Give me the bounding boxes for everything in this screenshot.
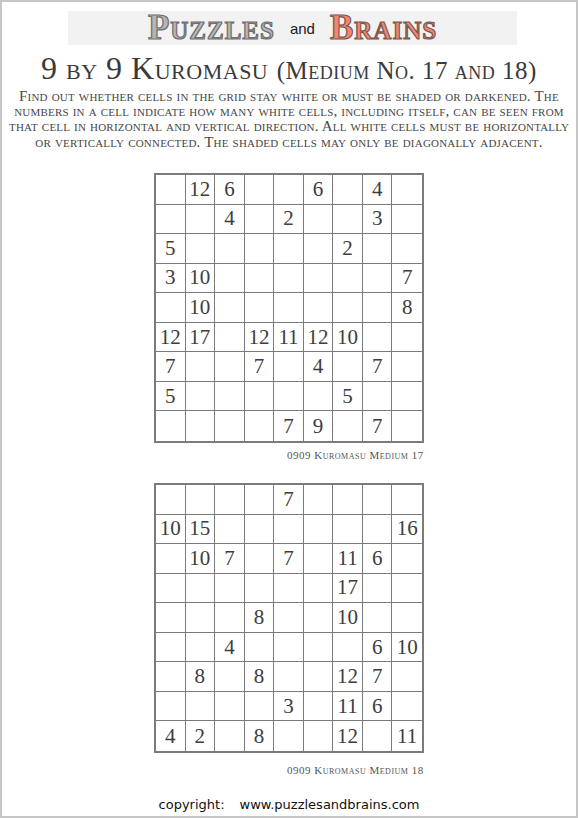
cell-r2c8-clue: 3 xyxy=(363,205,393,235)
page-title: 9 by 9 Kuromasu (Medium No. 17 and 18) xyxy=(2,50,576,87)
cell-r9c6-empty xyxy=(304,721,334,751)
cell-r3c3-empty xyxy=(215,234,245,264)
cell-r8c9-empty xyxy=(392,692,422,722)
cell-r2c4-empty xyxy=(245,515,275,545)
cell-r7c5-empty xyxy=(274,662,304,692)
cell-r5c3-empty xyxy=(215,603,245,633)
instructions-line-3: that cell in horizontal and vertical dir… xyxy=(9,119,569,134)
cell-r3c3-clue: 7 xyxy=(215,544,245,574)
cell-r9c3-empty xyxy=(215,721,245,751)
cell-r1c6-clue: 6 xyxy=(304,175,334,205)
cell-r9c1-empty xyxy=(156,411,186,441)
cell-r5c3-empty xyxy=(215,293,245,323)
cell-r3c9-empty xyxy=(392,544,422,574)
cell-r2c3-clue: 4 xyxy=(215,205,245,235)
cell-r3c4-empty xyxy=(245,234,275,264)
cell-r9c8-clue: 7 xyxy=(363,411,393,441)
cell-r4c7-empty xyxy=(333,264,363,294)
kuromasu-grid-medium-18: 710151610771161781046108812731164281211 xyxy=(154,483,424,753)
cell-r2c2-empty xyxy=(186,205,216,235)
cell-r5c9-clue: 8 xyxy=(392,293,422,323)
cell-r8c3-empty xyxy=(215,692,245,722)
cell-r6c9-empty xyxy=(392,323,422,353)
cell-r7c1-empty xyxy=(156,662,186,692)
cell-r5c1-empty xyxy=(156,293,186,323)
cell-r3c1-empty xyxy=(156,544,186,574)
cell-r1c7-empty xyxy=(333,485,363,515)
cell-r5c4-clue: 8 xyxy=(245,603,275,633)
cell-r5c8-empty xyxy=(363,603,393,633)
cell-r4c8-empty xyxy=(363,574,393,604)
cell-r2c9-clue: 16 xyxy=(392,515,422,545)
cell-r9c2-empty xyxy=(186,411,216,441)
cell-r1c2-empty xyxy=(186,485,216,515)
cell-r6c7-empty xyxy=(333,633,363,663)
cell-r2c9-empty xyxy=(392,205,422,235)
cell-r7c6-clue: 4 xyxy=(304,352,334,382)
cell-r7c2-clue: 8 xyxy=(186,662,216,692)
cell-r6c2-empty xyxy=(186,633,216,663)
cell-r7c2-empty xyxy=(186,352,216,382)
page-title-main: 9 by 9 Kuromasu xyxy=(41,50,277,86)
cell-r5c2-empty xyxy=(186,603,216,633)
cell-r6c6-clue: 12 xyxy=(304,323,334,353)
cell-r2c5-clue: 2 xyxy=(274,205,304,235)
cell-r8c6-empty xyxy=(304,692,334,722)
cell-r2c7-empty xyxy=(333,515,363,545)
cell-r1c6-empty xyxy=(304,485,334,515)
cell-r4c6-empty xyxy=(304,574,334,604)
cell-r3c8-clue: 6 xyxy=(363,544,393,574)
caption-medium-18: 0909 Kuromasu Medium 18 xyxy=(287,764,424,776)
cell-r9c8-empty xyxy=(363,721,393,751)
cell-r4c3-empty xyxy=(215,574,245,604)
cell-r9c2-clue: 2 xyxy=(186,721,216,751)
cell-r9c3-empty xyxy=(215,411,245,441)
cell-r4c4-empty xyxy=(245,574,275,604)
cell-r3c6-empty xyxy=(304,234,334,264)
cell-r3c9-empty xyxy=(392,234,422,264)
cell-r3c8-empty xyxy=(363,234,393,264)
cell-r8c2-empty xyxy=(186,382,216,412)
cell-r7c8-clue: 7 xyxy=(363,352,393,382)
cell-r9c7-empty xyxy=(333,411,363,441)
instructions-line-1: Find out whether cells in the grid stay … xyxy=(9,89,569,104)
cell-r9c6-clue: 9 xyxy=(304,411,334,441)
cell-r7c1-clue: 7 xyxy=(156,352,186,382)
cell-r4c5-empty xyxy=(274,264,304,294)
cell-r1c4-empty xyxy=(245,175,275,205)
cell-r6c1-clue: 12 xyxy=(156,323,186,353)
cell-r5c6-empty xyxy=(304,603,334,633)
cell-r5c5-empty xyxy=(274,603,304,633)
cell-r4c7-clue: 17 xyxy=(333,574,363,604)
cell-r7c5-empty xyxy=(274,352,304,382)
cell-r9c4-clue: 8 xyxy=(245,721,275,751)
cell-r7c7-clue: 12 xyxy=(333,662,363,692)
cell-r9c5-empty xyxy=(274,721,304,751)
cell-r6c2-clue: 17 xyxy=(186,323,216,353)
cell-r8c4-empty xyxy=(245,382,275,412)
cell-r4c8-empty xyxy=(363,264,393,294)
cell-r8c7-clue: 5 xyxy=(333,382,363,412)
cell-r4c9-empty xyxy=(392,574,422,604)
cell-r5c1-empty xyxy=(156,603,186,633)
cell-r1c8-empty xyxy=(363,485,393,515)
cell-r1c3-clue: 6 xyxy=(215,175,245,205)
cell-r4c4-empty xyxy=(245,264,275,294)
cell-r2c1-clue: 10 xyxy=(156,515,186,545)
cell-r3c7-clue: 2 xyxy=(333,234,363,264)
cell-r8c3-empty xyxy=(215,382,245,412)
cell-r6c4-empty xyxy=(245,633,275,663)
cell-r7c6-empty xyxy=(304,662,334,692)
cell-r3c7-clue: 11 xyxy=(333,544,363,574)
cell-r1c5-clue: 7 xyxy=(274,485,304,515)
cell-r3c1-clue: 5 xyxy=(156,234,186,264)
cell-r9c4-empty xyxy=(245,411,275,441)
cell-r9c7-clue: 12 xyxy=(333,721,363,751)
cell-r4c1-empty xyxy=(156,574,186,604)
cell-r2c6-empty xyxy=(304,515,334,545)
cell-r1c9-empty xyxy=(392,485,422,515)
cell-r2c6-empty xyxy=(304,205,334,235)
copyright-label: copyright: xyxy=(159,797,225,812)
cell-r5c7-clue: 10 xyxy=(333,603,363,633)
cell-r2c5-empty xyxy=(274,515,304,545)
cell-r1c5-empty xyxy=(274,175,304,205)
cell-r5c5-empty xyxy=(274,293,304,323)
caption-medium-17: 0909 Kuromasu Medium 17 xyxy=(287,449,424,461)
cell-r8c4-empty xyxy=(245,692,275,722)
cell-r6c9-clue: 10 xyxy=(392,633,422,663)
cell-r4c2-empty xyxy=(186,574,216,604)
cell-r4c5-empty xyxy=(274,574,304,604)
cell-r9c5-clue: 7 xyxy=(274,411,304,441)
cell-r1c9-empty xyxy=(392,175,422,205)
cell-r1c4-empty xyxy=(245,485,275,515)
cell-r5c2-clue: 10 xyxy=(186,293,216,323)
cell-r8c5-empty xyxy=(274,382,304,412)
cell-r6c6-empty xyxy=(304,633,334,663)
cell-r9c9-empty xyxy=(392,411,422,441)
cell-r3c4-empty xyxy=(245,544,275,574)
cell-r3c5-empty xyxy=(274,234,304,264)
cell-r7c3-empty xyxy=(215,662,245,692)
cell-r8c8-empty xyxy=(363,382,393,412)
cell-r6c7-clue: 10 xyxy=(333,323,363,353)
cell-r8c1-clue: 5 xyxy=(156,382,186,412)
cell-r5c4-empty xyxy=(245,293,275,323)
cell-r7c7-empty xyxy=(333,352,363,382)
cell-r6c3-empty xyxy=(215,323,245,353)
cell-r7c9-empty xyxy=(392,662,422,692)
cell-r3c2-clue: 10 xyxy=(186,544,216,574)
cell-r4c9-clue: 7 xyxy=(392,264,422,294)
cell-r3c2-empty xyxy=(186,234,216,264)
cell-r1c3-empty xyxy=(215,485,245,515)
cell-r4c2-clue: 10 xyxy=(186,264,216,294)
cell-r2c4-empty xyxy=(245,205,275,235)
cell-r4c1-clue: 3 xyxy=(156,264,186,294)
cell-r1c2-clue: 12 xyxy=(186,175,216,205)
website-url: www.puzzlesandbrains.com xyxy=(240,797,420,812)
cell-r8c1-empty xyxy=(156,692,186,722)
cell-r9c1-clue: 4 xyxy=(156,721,186,751)
cell-r1c1-empty xyxy=(156,175,186,205)
cell-r8c9-empty xyxy=(392,382,422,412)
cell-r6c8-clue: 6 xyxy=(363,633,393,663)
logo-puzzles-text: Puzzles xyxy=(148,11,275,45)
cell-r4c3-empty xyxy=(215,264,245,294)
cell-r6c5-clue: 11 xyxy=(274,323,304,353)
instructions-line-4: or vertically connected. The shaded cell… xyxy=(9,135,569,150)
cell-r6c3-clue: 4 xyxy=(215,633,245,663)
cell-r9c9-clue: 11 xyxy=(392,721,422,751)
puzzle-page: Puzzles and Brains 9 by 9 Kuromasu (Medi… xyxy=(0,0,578,818)
cell-r5c9-empty xyxy=(392,603,422,633)
cell-r5c8-empty xyxy=(363,293,393,323)
cell-r8c7-clue: 11 xyxy=(333,692,363,722)
cell-r3c5-clue: 7 xyxy=(274,544,304,574)
cell-r2c7-empty xyxy=(333,205,363,235)
cell-r1c1-empty xyxy=(156,485,186,515)
cell-r6c8-empty xyxy=(363,323,393,353)
cell-r7c4-clue: 8 xyxy=(245,662,275,692)
instructions-line-2: numbers in a cell indicate how many whit… xyxy=(9,104,569,119)
cell-r2c8-empty xyxy=(363,515,393,545)
cell-r7c9-empty xyxy=(392,352,422,382)
cell-r6c4-clue: 12 xyxy=(245,323,275,353)
cell-r4c6-empty xyxy=(304,264,334,294)
cell-r5c6-empty xyxy=(304,293,334,323)
cell-r1c7-empty xyxy=(333,175,363,205)
cell-r8c5-clue: 3 xyxy=(274,692,304,722)
cell-r7c3-empty xyxy=(215,352,245,382)
logo-brains-text: Brains xyxy=(330,11,437,45)
footer: copyright: www.puzzlesandbrains.com xyxy=(2,797,576,812)
cell-r5c7-empty xyxy=(333,293,363,323)
logo-and-text: and xyxy=(288,20,317,37)
cell-r3c6-empty xyxy=(304,544,334,574)
page-title-sub: (Medium No. 17 and 18) xyxy=(277,57,537,84)
cell-r8c6-empty xyxy=(304,382,334,412)
cell-r2c1-empty xyxy=(156,205,186,235)
cell-r7c4-clue: 7 xyxy=(245,352,275,382)
kuromasu-grid-medium-17: 12664423523107108121712111210774755797 xyxy=(154,173,424,443)
cell-r1c8-clue: 4 xyxy=(363,175,393,205)
cell-r8c2-empty xyxy=(186,692,216,722)
cell-r6c5-empty xyxy=(274,633,304,663)
cell-r7c8-clue: 7 xyxy=(363,662,393,692)
cell-r6c1-empty xyxy=(156,633,186,663)
cell-r8c8-clue: 6 xyxy=(363,692,393,722)
instructions: Find out whether cells in the grid stay … xyxy=(9,89,569,150)
cell-r2c3-empty xyxy=(215,515,245,545)
cell-r2c2-clue: 15 xyxy=(186,515,216,545)
logo-banner: Puzzles and Brains xyxy=(68,11,517,45)
